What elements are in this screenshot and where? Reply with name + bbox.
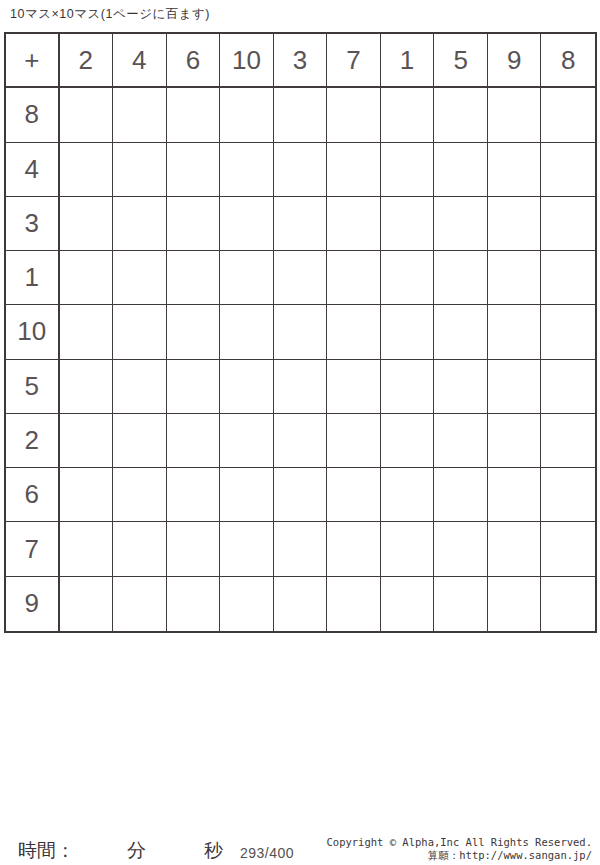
hyakumasu-grid: +2461037159884311052679 (4, 32, 597, 633)
answer-cell (113, 468, 167, 522)
answer-cell (113, 305, 167, 359)
answer-cell (488, 197, 542, 251)
answer-cell (381, 360, 435, 414)
page-title: 10マス×10マス(1ページに百ます) (10, 6, 210, 23)
answer-cell (274, 305, 328, 359)
copyright-line2: 算願：http://www.sangan.jp/ (326, 849, 592, 862)
answer-cell (434, 197, 488, 251)
answer-cell (488, 305, 542, 359)
answer-cell (60, 88, 114, 142)
column-header-cell: 9 (488, 34, 542, 88)
answer-cell (113, 522, 167, 576)
answer-cell (274, 251, 328, 305)
answer-cell (541, 88, 595, 142)
answer-cell (274, 143, 328, 197)
answer-cell (327, 360, 381, 414)
answer-cell (220, 414, 274, 468)
column-header-cell: 3 (274, 34, 328, 88)
answer-cell (167, 88, 221, 142)
answer-cell (274, 414, 328, 468)
worksheet-page: 10マス×10マス(1ページに百ます) +2461037159884311052… (0, 0, 600, 865)
row-header-cell: 10 (6, 305, 60, 359)
plus-operator-cell: + (6, 34, 60, 88)
row-header-cell: 9 (6, 577, 60, 631)
answer-cell (434, 305, 488, 359)
answer-cell (327, 197, 381, 251)
column-header-cell: 1 (381, 34, 435, 88)
time-entry-line: 時間：分秒 (16, 838, 233, 865)
answer-cell (113, 251, 167, 305)
column-header-cell: 5 (434, 34, 488, 88)
answer-cell (541, 360, 595, 414)
answer-cell (60, 577, 114, 631)
answer-cell (381, 305, 435, 359)
answer-cell (274, 197, 328, 251)
row-header-cell: 7 (6, 522, 60, 576)
row-header-cell: 6 (6, 468, 60, 522)
answer-cell (327, 414, 381, 468)
answer-cell (274, 88, 328, 142)
answer-cell (60, 197, 114, 251)
column-header-cell: 6 (167, 34, 221, 88)
answer-cell (220, 143, 274, 197)
answer-cell (60, 522, 114, 576)
answer-cell (434, 577, 488, 631)
answer-cell (541, 251, 595, 305)
answer-cell (113, 143, 167, 197)
answer-cell (220, 88, 274, 142)
answer-cell (381, 468, 435, 522)
answer-cell (60, 360, 114, 414)
column-header-cell: 4 (113, 34, 167, 88)
row-header-cell: 1 (6, 251, 60, 305)
row-header-cell: 4 (6, 143, 60, 197)
answer-cell (113, 360, 167, 414)
answer-cell (434, 414, 488, 468)
answer-cell (488, 577, 542, 631)
answer-cell (167, 143, 221, 197)
answer-cell (113, 197, 167, 251)
answer-cell (381, 522, 435, 576)
answer-cell (327, 522, 381, 576)
column-header-cell: 8 (541, 34, 595, 88)
answer-cell (220, 577, 274, 631)
sheet-number: 293/400 (240, 845, 294, 861)
answer-cell (434, 360, 488, 414)
answer-cell (167, 197, 221, 251)
answer-cell (488, 360, 542, 414)
row-header-cell: 8 (6, 88, 60, 142)
answer-cell (327, 251, 381, 305)
answer-cell (381, 577, 435, 631)
answer-cell (167, 251, 221, 305)
answer-cell (434, 143, 488, 197)
answer-cell (60, 468, 114, 522)
answer-cell (541, 522, 595, 576)
answer-cell (488, 143, 542, 197)
answer-cell (381, 414, 435, 468)
minutes-label: 分 (127, 838, 146, 864)
answer-cell (220, 305, 274, 359)
answer-cell (274, 468, 328, 522)
row-header-cell: 5 (6, 360, 60, 414)
answer-cell (327, 305, 381, 359)
answer-cell (60, 414, 114, 468)
answer-cell (60, 143, 114, 197)
copyright-line1: Copyright © Alpha,Inc All Rights Reserve… (326, 836, 592, 849)
row-header-cell: 3 (6, 197, 60, 251)
answer-cell (381, 143, 435, 197)
answer-cell (434, 251, 488, 305)
answer-cell (541, 414, 595, 468)
column-header-cell: 10 (220, 34, 274, 88)
answer-cell (488, 88, 542, 142)
answer-cell (220, 360, 274, 414)
answer-cell (274, 577, 328, 631)
answer-cell (167, 414, 221, 468)
answer-cell (327, 143, 381, 197)
column-header-cell: 2 (60, 34, 114, 88)
answer-cell (488, 522, 542, 576)
answer-cell (113, 88, 167, 142)
answer-cell (113, 577, 167, 631)
answer-cell (167, 577, 221, 631)
answer-cell (167, 305, 221, 359)
answer-cell (541, 305, 595, 359)
answer-cell (541, 143, 595, 197)
answer-cell (541, 197, 595, 251)
answer-cell (327, 468, 381, 522)
answer-cell (60, 251, 114, 305)
answer-cell (274, 360, 328, 414)
answer-cell (167, 468, 221, 522)
answer-cell (434, 522, 488, 576)
answer-cell (381, 197, 435, 251)
row-header-cell: 2 (6, 414, 60, 468)
copyright-block: Copyright © Alpha,Inc All Rights Reserve… (326, 836, 592, 861)
answer-cell (488, 414, 542, 468)
time-label: 時間： (18, 838, 75, 864)
answer-cell (488, 468, 542, 522)
column-header-cell: 7 (327, 34, 381, 88)
answer-cell (541, 468, 595, 522)
answer-cell (220, 468, 274, 522)
answer-cell (327, 88, 381, 142)
answer-cell (434, 468, 488, 522)
seconds-label: 秒 (204, 838, 223, 864)
answer-cell (541, 577, 595, 631)
answer-cell (220, 522, 274, 576)
answer-cell (434, 88, 488, 142)
answer-cell (220, 251, 274, 305)
answer-cell (167, 360, 221, 414)
answer-cell (381, 88, 435, 142)
answer-cell (167, 522, 221, 576)
answer-cell (113, 414, 167, 468)
answer-cell (220, 197, 274, 251)
answer-cell (488, 251, 542, 305)
answer-cell (327, 577, 381, 631)
answer-cell (274, 522, 328, 576)
answer-cell (381, 251, 435, 305)
answer-cell (60, 305, 114, 359)
